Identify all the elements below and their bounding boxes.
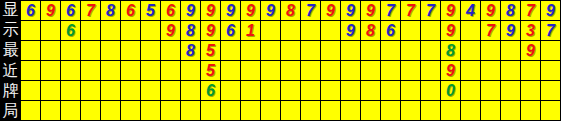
cell-r1c21: 7 [421, 1, 441, 21]
cell-r6c12 [241, 101, 261, 121]
cell-r1c12: 9 [241, 1, 261, 21]
cell-r1c9: 9 [181, 1, 201, 21]
cell-r4c1 [21, 61, 41, 81]
cell-r5c1 [21, 81, 41, 101]
cell-r3c24 [481, 41, 501, 61]
cell-r2c3: 6 [61, 21, 81, 41]
cell-r4c18 [361, 61, 381, 81]
cell-r2c2 [41, 21, 61, 41]
cell-r3c23 [461, 41, 481, 61]
cell-r5c3 [61, 81, 81, 101]
cell-r1c15: 7 [301, 1, 321, 21]
cell-r4c16 [321, 61, 341, 81]
cell-r3c1 [21, 41, 41, 61]
cell-r4c13 [261, 61, 281, 81]
cell-r4c3 [61, 61, 81, 81]
cell-r4c8 [161, 61, 181, 81]
cell-r3c11 [221, 41, 241, 61]
cell-r5c27 [541, 81, 561, 101]
cell-r1c10: 9 [201, 1, 221, 21]
cell-r3c25 [501, 41, 521, 61]
cell-r5c19 [381, 81, 401, 101]
cell-r5c6 [121, 81, 141, 101]
cell-r3c10: 5 [201, 41, 221, 61]
cell-r6c23 [461, 101, 481, 121]
cell-r6c8 [161, 101, 181, 121]
cell-r2c12: 1 [241, 21, 261, 41]
cell-r1c14: 8 [281, 1, 301, 21]
cell-r2c20 [401, 21, 421, 41]
cell-r1c24: 9 [481, 1, 501, 21]
cell-r6c15 [301, 101, 321, 121]
cell-r1c23: 4 [461, 1, 481, 21]
cell-r6c10 [201, 101, 221, 121]
cell-r2c7 [141, 21, 161, 41]
cell-r2c1 [21, 21, 41, 41]
cell-r4c11 [221, 61, 241, 81]
cell-r4c17 [341, 61, 361, 81]
cell-r4c25 [501, 61, 521, 81]
cell-r2c13 [261, 21, 281, 41]
cell-r2c17: 9 [341, 21, 361, 41]
cell-r5c22: 0 [441, 81, 461, 101]
cell-r3c18 [361, 41, 381, 61]
cell-r3c27 [541, 41, 561, 61]
cell-r3c19 [381, 41, 401, 61]
cell-r3c13 [261, 41, 281, 61]
cell-r2c21 [421, 21, 441, 41]
cell-r5c9 [181, 81, 201, 101]
cell-r6c21 [421, 101, 441, 121]
cell-r5c8 [161, 81, 181, 101]
cell-r4c21 [421, 61, 441, 81]
cell-r6c17 [341, 101, 361, 121]
cell-r3c4 [81, 41, 101, 61]
cell-r2c23 [461, 21, 481, 41]
sidebar-char-4: 近 [0, 61, 21, 81]
cell-r5c11 [221, 81, 241, 101]
cell-r4c10: 5 [201, 61, 221, 81]
cell-r3c21 [421, 41, 441, 61]
cell-r3c26: 9 [521, 41, 541, 61]
cell-r2c8: 9 [161, 21, 181, 41]
cell-r6c2 [41, 101, 61, 121]
cell-r3c7 [141, 41, 161, 61]
cell-r1c4: 7 [81, 1, 101, 21]
cell-r6c9 [181, 101, 201, 121]
cell-r3c14 [281, 41, 301, 61]
cell-r3c20 [401, 41, 421, 61]
cell-r3c15 [301, 41, 321, 61]
cell-r5c7 [141, 81, 161, 101]
cell-r6c13 [261, 101, 281, 121]
cell-r3c2 [41, 41, 61, 61]
cell-r5c23 [461, 81, 481, 101]
cell-r6c24 [481, 101, 501, 121]
cell-r4c2 [41, 61, 61, 81]
sidebar-char-2: 示 [0, 20, 21, 40]
cell-r6c20 [401, 101, 421, 121]
cell-r1c5: 8 [101, 1, 121, 21]
cell-r6c26 [521, 101, 541, 121]
cell-r3c22: 8 [441, 41, 461, 61]
cell-r2c9: 8 [181, 21, 201, 41]
cell-r4c19 [381, 61, 401, 81]
board-title-vertical: 显示最近牌局 [0, 0, 21, 121]
cell-r5c14 [281, 81, 301, 101]
cell-r5c10: 6 [201, 81, 221, 101]
cell-r4c14 [281, 61, 301, 81]
results-board: 显示最近牌局 696786569999987999777949879698961… [0, 0, 561, 121]
cell-r3c6 [121, 41, 141, 61]
cell-r1c13: 9 [261, 1, 281, 21]
cell-r5c20 [401, 81, 421, 101]
cell-r4c5 [101, 61, 121, 81]
cell-r2c24: 7 [481, 21, 501, 41]
cell-r6c1 [21, 101, 41, 121]
cell-r5c26 [521, 81, 541, 101]
cell-r2c11: 6 [221, 21, 241, 41]
cell-r6c7 [141, 101, 161, 121]
cell-r5c12 [241, 81, 261, 101]
cell-r1c27: 9 [541, 1, 561, 21]
sidebar-char-6: 局 [0, 101, 21, 121]
cell-r1c22: 9 [441, 1, 461, 21]
cell-r3c3 [61, 41, 81, 61]
cell-r2c14 [281, 21, 301, 41]
cell-r4c27 [541, 61, 561, 81]
cell-r4c15 [301, 61, 321, 81]
cell-r5c13 [261, 81, 281, 101]
cell-r6c18 [361, 101, 381, 121]
cell-r2c5 [101, 21, 121, 41]
cell-r1c18: 9 [361, 1, 381, 21]
cell-r2c19: 6 [381, 21, 401, 41]
cell-r6c27 [541, 101, 561, 121]
cell-r1c2: 9 [41, 1, 61, 21]
cell-r5c18 [361, 81, 381, 101]
cell-r4c7 [141, 61, 161, 81]
cell-r3c5 [101, 41, 121, 61]
cell-r2c27: 7 [541, 21, 561, 41]
sidebar-char-3: 最 [0, 40, 21, 60]
cell-r4c4 [81, 61, 101, 81]
cell-r5c5 [101, 81, 121, 101]
cell-r5c24 [481, 81, 501, 101]
cell-r5c2 [41, 81, 61, 101]
sidebar-char-5: 牌 [0, 81, 21, 101]
cell-r6c22 [441, 101, 461, 121]
cell-r4c9 [181, 61, 201, 81]
cell-r4c6 [121, 61, 141, 81]
cell-r1c8: 6 [161, 1, 181, 21]
cell-r6c6 [121, 101, 141, 121]
cell-r5c17 [341, 81, 361, 101]
cell-r4c23 [461, 61, 481, 81]
cell-r1c6: 6 [121, 1, 141, 21]
cell-r1c19: 7 [381, 1, 401, 21]
cell-r1c25: 8 [501, 1, 521, 21]
cell-r1c16: 9 [321, 1, 341, 21]
cell-r2c18: 8 [361, 21, 381, 41]
cell-r1c7: 5 [141, 1, 161, 21]
cell-r4c22: 9 [441, 61, 461, 81]
cell-r3c12 [241, 41, 261, 61]
cell-r4c20 [401, 61, 421, 81]
cell-r2c6 [121, 21, 141, 41]
cell-r5c25 [501, 81, 521, 101]
cell-r4c24 [481, 61, 501, 81]
cell-r2c4 [81, 21, 101, 41]
cell-r2c15 [301, 21, 321, 41]
cell-r1c17: 9 [341, 1, 361, 21]
cell-r2c10: 9 [201, 21, 221, 41]
cell-r6c11 [221, 101, 241, 121]
cell-r3c17 [341, 41, 361, 61]
cell-r6c19 [381, 101, 401, 121]
cell-r5c4 [81, 81, 101, 101]
cell-r6c4 [81, 101, 101, 121]
cell-r1c20: 7 [401, 1, 421, 21]
cell-r2c22: 9 [441, 21, 461, 41]
cell-r1c1: 6 [21, 1, 41, 21]
cell-r3c8 [161, 41, 181, 61]
cell-r1c3: 6 [61, 1, 81, 21]
cell-r6c3 [61, 101, 81, 121]
cell-r4c26 [521, 61, 541, 81]
cell-r2c16 [321, 21, 341, 41]
cell-r5c21 [421, 81, 441, 101]
cell-r6c5 [101, 101, 121, 121]
sidebar-char-1: 显 [0, 0, 21, 20]
cell-r3c9: 8 [181, 41, 201, 61]
cell-r2c25: 9 [501, 21, 521, 41]
cell-r6c16 [321, 101, 341, 121]
cell-r1c26: 7 [521, 1, 541, 21]
cell-r5c16 [321, 81, 341, 101]
cell-r2c26: 3 [521, 21, 541, 41]
cell-r3c16 [321, 41, 341, 61]
results-grid: 6967865699999879997779498796989619869793… [21, 0, 561, 121]
cell-r6c14 [281, 101, 301, 121]
cell-r4c12 [241, 61, 261, 81]
cell-r6c25 [501, 101, 521, 121]
cell-r5c15 [301, 81, 321, 101]
cell-r1c11: 9 [221, 1, 241, 21]
